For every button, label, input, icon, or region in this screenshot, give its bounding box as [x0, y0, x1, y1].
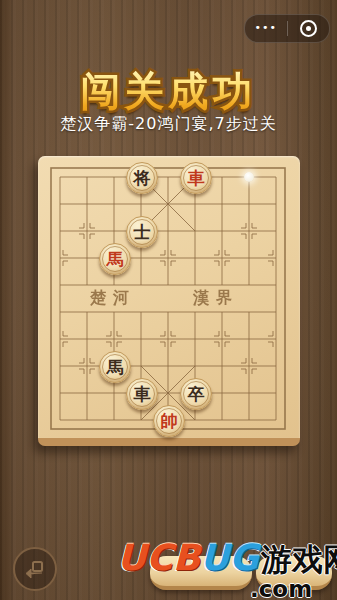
- piece-glyph: 将: [134, 170, 151, 187]
- watermark-logo: UCBUG游戏网: [117, 540, 337, 576]
- more-button[interactable]: •••: [245, 15, 287, 42]
- river-label-right: 漢界: [193, 288, 239, 309]
- watermark-bug: UG: [200, 537, 259, 578]
- more-dots-icon: •••: [255, 14, 277, 41]
- watermark-dotcom: .com: [250, 576, 312, 600]
- piece-black-車[interactable]: 車: [126, 378, 158, 410]
- back-button[interactable]: [13, 547, 57, 591]
- piece-glyph: 馬: [107, 251, 124, 268]
- page-title: 闯关成功 闯关成功 闯关成功: [0, 64, 337, 116]
- piece-black-卒[interactable]: 卒: [180, 378, 212, 410]
- miniprogram-capsule: •••: [244, 14, 330, 43]
- piece-black-馬[interactable]: 馬: [99, 351, 131, 383]
- piece-red-車[interactable]: 車: [180, 162, 212, 194]
- watermark-site: 游戏网: [261, 541, 337, 577]
- piece-black-将[interactable]: 将: [126, 162, 158, 194]
- watermark-uc: UCB: [117, 537, 200, 578]
- piece-glyph: 馬: [107, 359, 124, 376]
- piece-red-馬[interactable]: 馬: [99, 243, 131, 275]
- board-grid: [38, 156, 300, 438]
- app-background: ••• 闯关成功 闯关成功 闯关成功 楚汉争霸-20鸿门宴,7步过关 楚河 漢界…: [0, 0, 337, 600]
- piece-glyph: 車: [188, 170, 205, 187]
- river-label-left: 楚河: [90, 288, 136, 309]
- piece-red-帥[interactable]: 帥: [153, 405, 185, 437]
- piece-glyph: 帥: [161, 413, 178, 430]
- level-subtitle: 楚汉争霸-20鸿门宴,7步过关: [0, 114, 337, 135]
- last-move-marker: [244, 172, 254, 182]
- return-arrow-icon: [24, 558, 46, 580]
- exit-button[interactable]: [288, 15, 330, 42]
- piece-glyph: 卒: [188, 386, 205, 403]
- xiangqi-board[interactable]: 楚河 漢界 将車士馬馬車卒帥: [38, 156, 300, 446]
- exit-circle-icon: [300, 20, 317, 37]
- piece-glyph: 士: [134, 224, 151, 241]
- piece-black-士[interactable]: 士: [126, 216, 158, 248]
- title-text: 闯关成功: [0, 64, 337, 119]
- piece-glyph: 車: [134, 386, 151, 403]
